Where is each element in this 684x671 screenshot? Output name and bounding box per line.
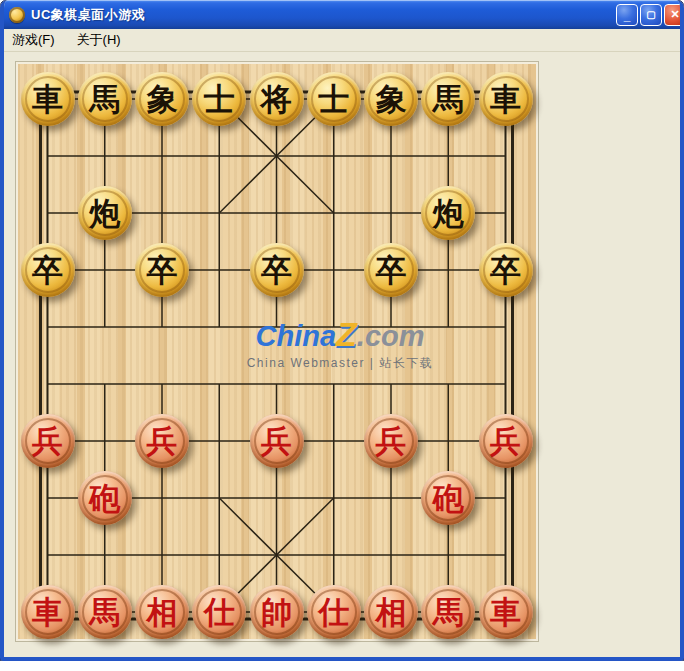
- maximize-button[interactable]: ▢: [640, 4, 662, 26]
- piece-black-馬[interactable]: 馬: [78, 72, 132, 126]
- piece-red-相[interactable]: 相: [364, 585, 418, 639]
- piece-red-車[interactable]: 車: [479, 585, 533, 639]
- piece-red-馬[interactable]: 馬: [78, 585, 132, 639]
- piece-red-相[interactable]: 相: [135, 585, 189, 639]
- piece-red-帥[interactable]: 帥: [250, 585, 304, 639]
- menu-game[interactable]: 游戏(F): [12, 29, 63, 51]
- piece-black-士[interactable]: 士: [192, 72, 246, 126]
- piece-black-象[interactable]: 象: [135, 72, 189, 126]
- piece-red-車[interactable]: 車: [21, 585, 75, 639]
- window-title: UC象棋桌面小游戏: [31, 6, 616, 24]
- piece-red-兵[interactable]: 兵: [250, 414, 304, 468]
- app-window: UC象棋桌面小游戏 _ ▢ ✕ 游戏(F) 关于(H) ChinaZ.com C…: [0, 0, 684, 661]
- close-button[interactable]: ✕: [664, 4, 684, 26]
- piece-red-砲[interactable]: 砲: [421, 471, 475, 525]
- piece-black-卒[interactable]: 卒: [250, 243, 304, 297]
- piece-red-仕[interactable]: 仕: [307, 585, 361, 639]
- piece-red-兵[interactable]: 兵: [479, 414, 533, 468]
- piece-black-炮[interactable]: 炮: [421, 186, 475, 240]
- maximize-icon: ▢: [646, 10, 655, 20]
- piece-red-兵[interactable]: 兵: [135, 414, 189, 468]
- piece-black-将[interactable]: 将: [250, 72, 304, 126]
- xiangqi-board[interactable]: ChinaZ.com China Webmaster | 站长下载 車馬象士将士…: [16, 62, 538, 641]
- app-icon: [9, 7, 25, 23]
- piece-black-象[interactable]: 象: [364, 72, 418, 126]
- piece-black-卒[interactable]: 卒: [21, 243, 75, 297]
- piece-black-炮[interactable]: 炮: [78, 186, 132, 240]
- piece-black-卒[interactable]: 卒: [479, 243, 533, 297]
- piece-black-車[interactable]: 車: [479, 72, 533, 126]
- board-grid-lines: [18, 64, 536, 639]
- title-bar[interactable]: UC象棋桌面小游戏 _ ▢ ✕: [0, 0, 684, 29]
- piece-black-卒[interactable]: 卒: [135, 243, 189, 297]
- piece-black-士[interactable]: 士: [307, 72, 361, 126]
- piece-black-卒[interactable]: 卒: [364, 243, 418, 297]
- minimize-button[interactable]: _: [616, 4, 638, 26]
- menu-about[interactable]: 关于(H): [77, 29, 129, 51]
- menu-bar: 游戏(F) 关于(H): [4, 29, 680, 52]
- minimize-icon: _: [624, 10, 631, 22]
- piece-red-仕[interactable]: 仕: [192, 585, 246, 639]
- close-icon: ✕: [670, 9, 679, 20]
- piece-black-馬[interactable]: 馬: [421, 72, 475, 126]
- piece-red-砲[interactable]: 砲: [78, 471, 132, 525]
- piece-red-馬[interactable]: 馬: [421, 585, 475, 639]
- piece-red-兵[interactable]: 兵: [364, 414, 418, 468]
- client-area: ChinaZ.com China Webmaster | 站长下载 車馬象士将士…: [4, 53, 680, 657]
- piece-black-車[interactable]: 車: [21, 72, 75, 126]
- piece-red-兵[interactable]: 兵: [21, 414, 75, 468]
